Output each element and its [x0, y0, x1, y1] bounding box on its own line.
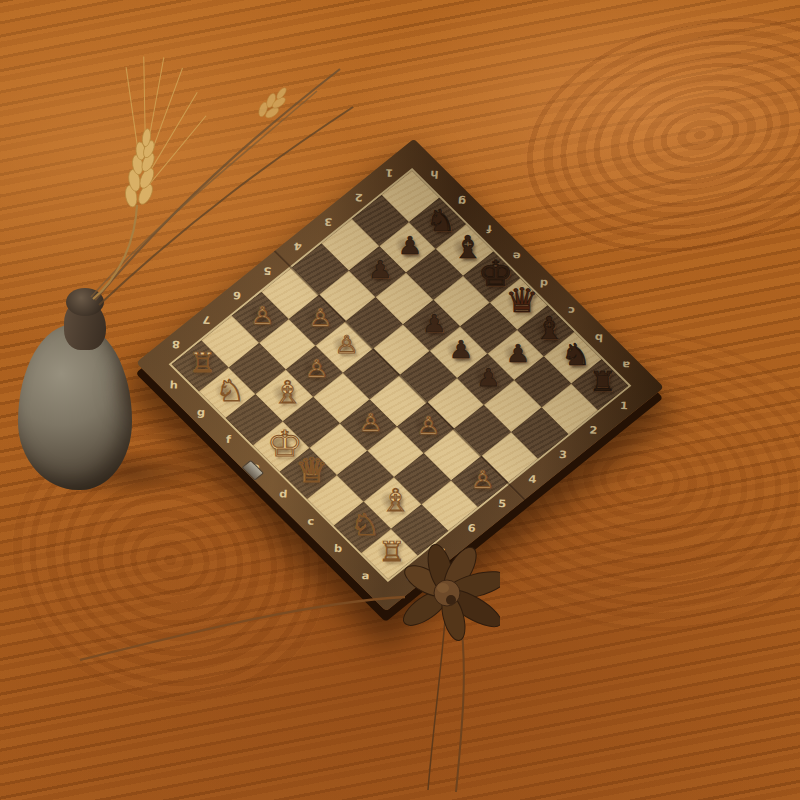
file-label: b: [578, 327, 620, 350]
piece-white-pawn: ♙: [335, 333, 359, 357]
piece-dark-pawn: ♟: [449, 338, 473, 362]
file-label: a: [605, 354, 647, 377]
file-label: h: [413, 163, 455, 186]
rank-label: 6: [224, 276, 249, 314]
piece-dark-pawn: ♟: [476, 365, 500, 389]
rank-label: 2: [581, 411, 606, 449]
rank-label: 8: [164, 325, 189, 363]
rank-label: 3: [316, 203, 341, 241]
board-grid: ♞♝♚♛♝♞♜♟♟♟♟♟♟♙♙♙♙♙♙♙♗♗♖♘♔♕♘♖: [169, 168, 632, 582]
rank-label: 1: [611, 387, 636, 425]
piece-white-pawn: ♙: [305, 357, 329, 381]
file-label: e: [496, 245, 538, 268]
piece-dark-pawn: ♟: [422, 311, 446, 335]
piece-white-rook: ♖: [189, 350, 216, 377]
piece-white-bishop: ♗: [272, 377, 303, 408]
piece-white-bishop: ♗: [380, 485, 411, 516]
piece-dark-pawn: ♟: [398, 233, 422, 257]
rank-label: 1: [377, 154, 402, 192]
rank-label: 4: [520, 461, 545, 499]
file-label: c: [290, 510, 332, 533]
twig: [80, 597, 405, 660]
scene: 12345678 12345678 hgfedcba hgfedcba ♞♝♚♛…: [0, 0, 800, 800]
piece-white-knight: ♘: [350, 510, 380, 540]
rank-label: 7: [194, 301, 219, 339]
file-label: g: [441, 191, 483, 214]
file-label: d: [262, 482, 304, 505]
piece-dark-pawn: ♟: [368, 257, 392, 281]
file-label: f: [468, 218, 510, 241]
rank-label: 5: [490, 485, 515, 523]
file-label: f: [208, 428, 250, 451]
piece-white-pawn: ♙: [359, 411, 383, 435]
piece-white-pawn: ♙: [250, 303, 274, 327]
piece-white-knight: ♘: [215, 375, 245, 405]
file-label: c: [550, 300, 592, 323]
file-label: d: [523, 272, 565, 295]
file-label: g: [180, 401, 222, 424]
rank-label: 3: [550, 436, 575, 474]
rank-label: 2: [346, 178, 371, 216]
file-label: h: [153, 373, 195, 396]
rank-label: 5: [255, 252, 280, 290]
piece-white-pawn: ♙: [308, 306, 332, 330]
piece-dark-pawn: ♟: [506, 341, 530, 365]
piece-white-pawn: ♙: [416, 413, 440, 437]
dried-pod-flower: [60, 540, 500, 800]
piece-white-queen: ♕: [295, 454, 329, 488]
rank-label: 4: [285, 227, 310, 265]
